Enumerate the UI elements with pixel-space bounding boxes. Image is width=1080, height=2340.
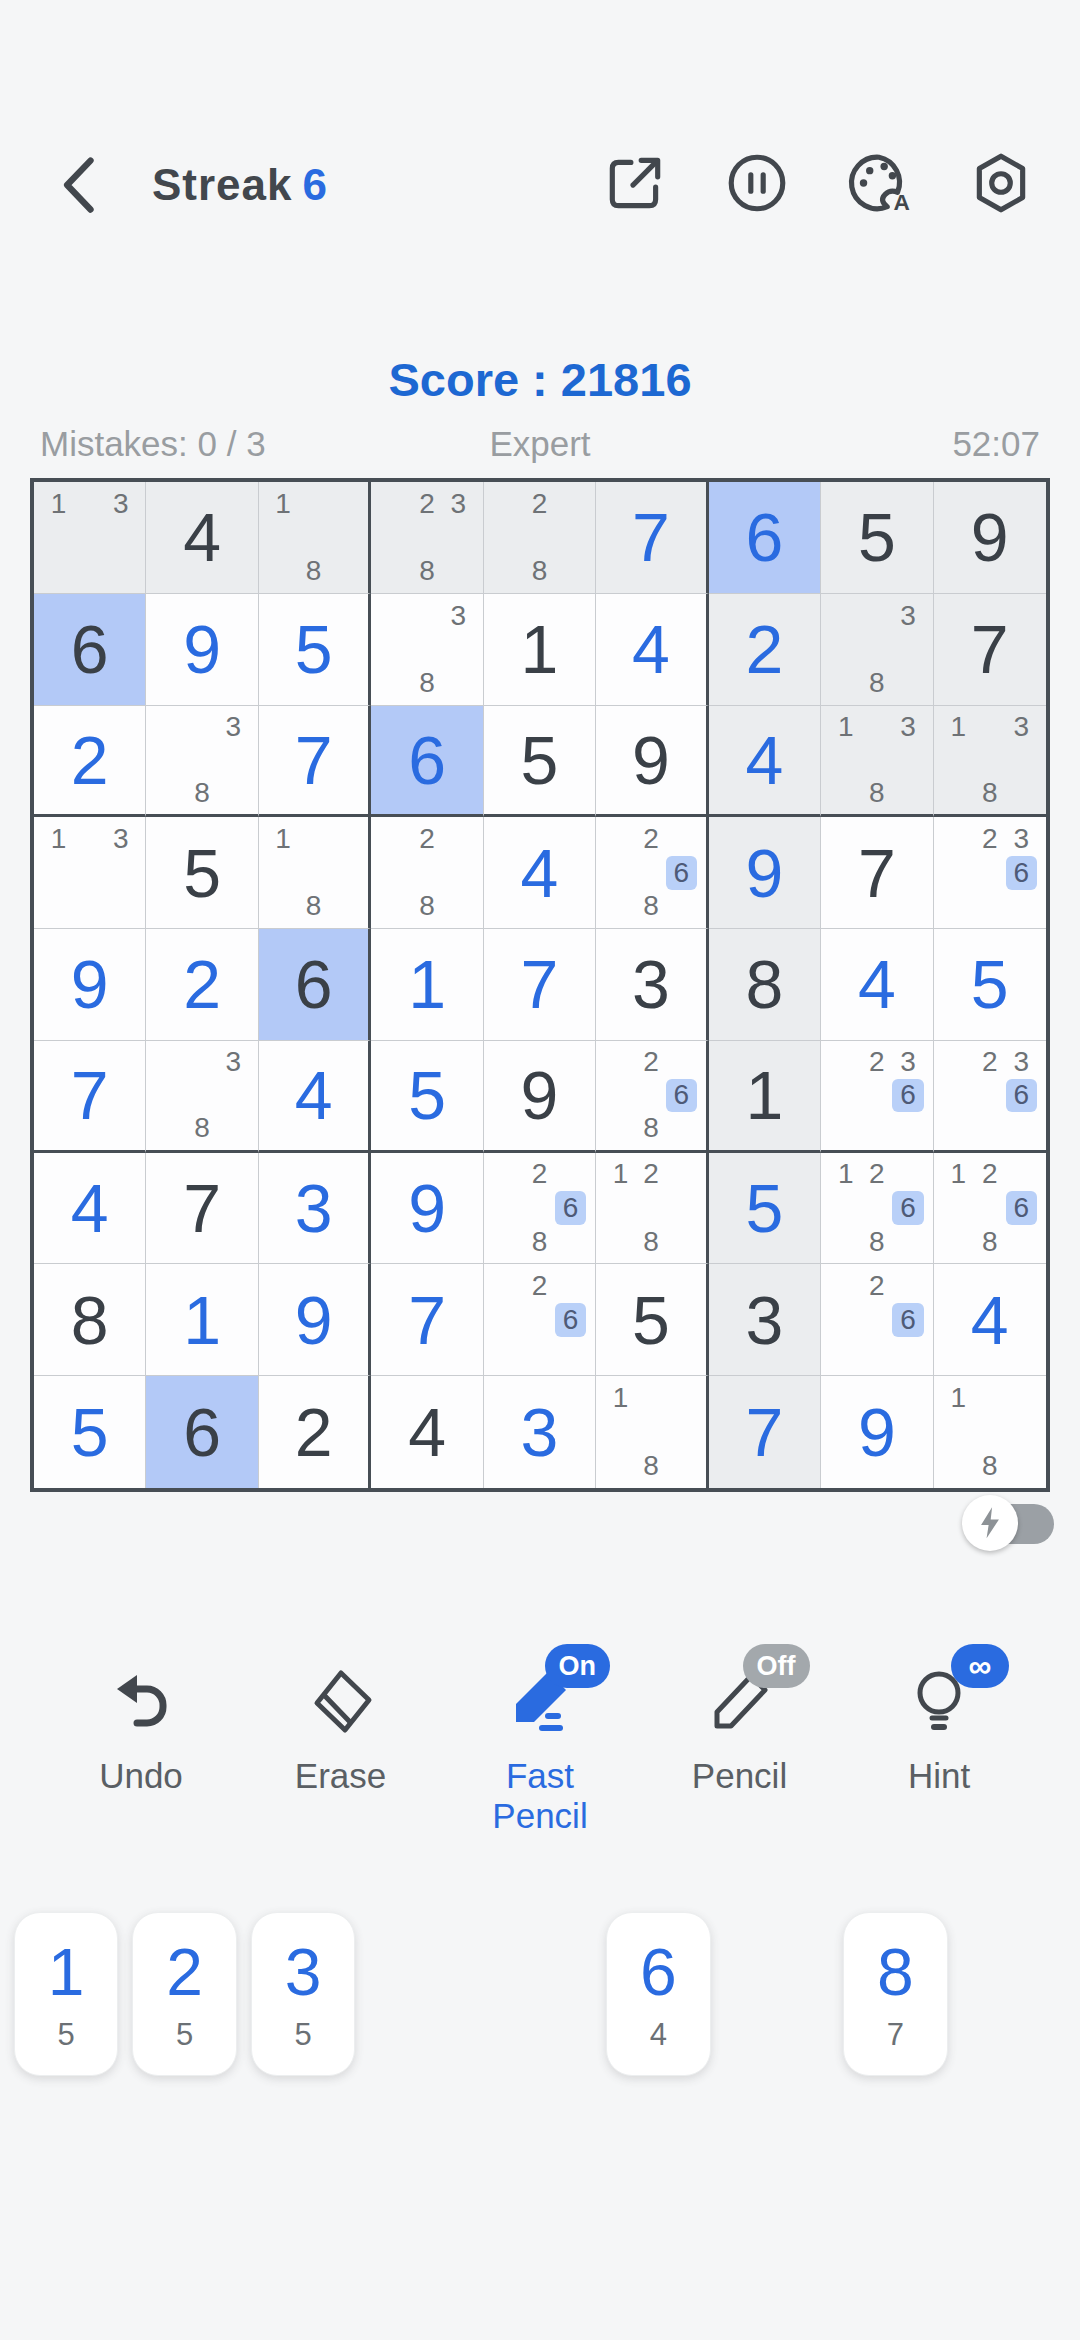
hint-badge: ∞ [951, 1644, 1009, 1688]
note-1: 1 [830, 1158, 861, 1192]
given-digit: 3 [745, 1281, 783, 1359]
note-3: 3 [1006, 822, 1037, 856]
cell-r6c1[interactable]: 7 [34, 1041, 146, 1153]
cell-r2c3[interactable]: 5 [259, 594, 371, 706]
toggle-knob [962, 1495, 1018, 1551]
cell-r5c2[interactable]: 2 [146, 929, 258, 1041]
cell-r5c6[interactable]: 3 [596, 929, 708, 1041]
given-digit: 7 [858, 834, 896, 912]
note-1: 1 [830, 711, 861, 744]
numpad-8-button[interactable]: 87 [843, 1912, 947, 2076]
numpad-2-button[interactable]: 25 [132, 1912, 236, 2076]
cell-r1c4[interactable]: 238 [371, 482, 483, 594]
cell-r2c5[interactable]: 1 [484, 594, 596, 706]
given-digit: 5 [183, 834, 221, 912]
cell-r9c9[interactable]: 18 [934, 1376, 1046, 1488]
numpad-digit: 2 [166, 1939, 203, 2005]
sudoku-board: 1341823828765969538142387238765941381381… [30, 478, 1050, 1492]
note-1: 1 [943, 1158, 974, 1192]
cell-r8c2[interactable]: 1 [146, 1264, 258, 1376]
cell-r4c9[interactable]: 236 [934, 817, 1046, 929]
undo-label: Undo [60, 1756, 222, 1796]
cell-r1c1[interactable]: 13 [34, 482, 146, 594]
pencil-notes: 38 [371, 594, 482, 705]
note-1: 1 [268, 487, 298, 521]
user-digit: 4 [295, 1056, 333, 1134]
note-8: 8 [974, 776, 1005, 809]
timer: 52:07 [952, 424, 1040, 464]
streak-label: Streak [152, 160, 293, 209]
cell-r6c3[interactable]: 4 [259, 1041, 371, 1153]
cell-r4c7[interactable]: 9 [709, 817, 821, 929]
user-digit: 5 [745, 1169, 783, 1247]
pause-icon[interactable] [724, 150, 790, 216]
cell-r1c6[interactable]: 7 [596, 482, 708, 594]
cell-r6c2[interactable]: 38 [146, 1041, 258, 1153]
note-3: 3 [218, 1046, 249, 1079]
header-actions: A [602, 150, 1034, 216]
user-digit: 9 [408, 1169, 446, 1247]
note-6: 6 [892, 1191, 923, 1225]
cell-r6c7[interactable]: 1 [709, 1041, 821, 1153]
note-6: 6 [1006, 1191, 1037, 1225]
streak-value: 6 [303, 160, 328, 209]
cell-r2c9[interactable]: 7 [934, 594, 1046, 706]
note-8: 8 [524, 554, 555, 588]
note-2: 2 [524, 1158, 555, 1192]
cell-r5c9[interactable]: 5 [934, 929, 1046, 1041]
note-6: 6 [892, 1303, 923, 1337]
cell-r8c4[interactable]: 7 [371, 1264, 483, 1376]
cell-r4c5[interactable]: 4 [484, 817, 596, 929]
user-digit: 9 [858, 1393, 896, 1471]
cell-r5c3[interactable]: 6 [259, 929, 371, 1041]
note-8: 8 [411, 666, 442, 700]
svg-text:A: A [893, 189, 909, 215]
cell-r4c3[interactable]: 18 [259, 817, 371, 929]
user-digit: 1 [408, 945, 446, 1023]
pencil-notes: 18 [259, 482, 368, 593]
cell-r6c8[interactable]: 236 [821, 1041, 933, 1153]
note-8: 8 [636, 1225, 666, 1259]
note-2: 2 [636, 822, 666, 856]
cell-r1c2[interactable]: 4 [146, 482, 258, 594]
numpad-remaining-count: 5 [58, 2019, 75, 2050]
numpad-remaining-count: 5 [176, 2019, 193, 2050]
note-1: 1 [268, 822, 298, 856]
note-8: 8 [861, 1225, 892, 1259]
toolbar: UndoEraseOnFast PencilOffPencil∞Hint [60, 1666, 1020, 1836]
cell-r3c6[interactable]: 9 [596, 706, 708, 818]
pencil-notes: 138 [934, 706, 1046, 815]
user-digit: 3 [295, 1169, 333, 1247]
cell-r9c3[interactable]: 2 [259, 1376, 371, 1488]
cell-r6c9[interactable]: 236 [934, 1041, 1046, 1153]
cell-r7c5[interactable]: 268 [484, 1153, 596, 1265]
numpad-remaining-count: 5 [294, 2019, 311, 2050]
given-digit: 9 [971, 498, 1009, 576]
cell-r4c4[interactable]: 28 [371, 817, 483, 929]
user-digit: 5 [408, 1056, 446, 1134]
note-8: 8 [636, 1112, 666, 1145]
user-digit: 4 [858, 945, 896, 1023]
fast-pencil-label: Fast Pencil [459, 1756, 621, 1836]
pencil-notes: 18 [934, 1376, 1046, 1488]
cell-r6c6[interactable]: 268 [596, 1041, 708, 1153]
note-8: 8 [974, 1449, 1005, 1483]
cell-r1c3[interactable]: 18 [259, 482, 371, 594]
cell-r2c6[interactable]: 4 [596, 594, 708, 706]
sudoku-game-screen: Streak6 A Score : 21816 Expert Mistakes:… [0, 0, 1080, 2340]
cell-r6c4[interactable]: 5 [371, 1041, 483, 1153]
status-bar: Expert Mistakes: 0 / 3 52:07 [40, 424, 1040, 468]
note-6: 6 [1006, 856, 1037, 890]
note-8: 8 [636, 890, 666, 924]
cell-r9c1[interactable]: 5 [34, 1376, 146, 1488]
user-digit: 2 [71, 721, 109, 799]
note-8: 8 [861, 666, 892, 700]
pencil-notes: 268 [484, 1153, 595, 1264]
cell-r3c2[interactable]: 38 [146, 706, 258, 818]
undo-icon [105, 1666, 177, 1738]
cell-r8c1[interactable]: 8 [34, 1264, 146, 1376]
cell-r7c4[interactable]: 9 [371, 1153, 483, 1265]
cell-r1c5[interactable]: 28 [484, 482, 596, 594]
lightning-icon [968, 1501, 1012, 1545]
note-3: 3 [105, 822, 136, 856]
erase-icon [305, 1666, 377, 1738]
user-digit: 1 [183, 1281, 221, 1359]
user-digit: 2 [745, 610, 783, 688]
note-1: 1 [43, 487, 74, 521]
note-2: 2 [861, 1158, 892, 1192]
note-3: 3 [218, 711, 249, 744]
cell-r9c2[interactable]: 6 [146, 1376, 258, 1488]
note-8: 8 [411, 890, 442, 924]
numpad-digit: 6 [640, 1939, 677, 2005]
given-digit: 5 [632, 1281, 670, 1359]
pencil-notes: 28 [484, 482, 595, 593]
note-6: 6 [666, 856, 696, 890]
note-2: 2 [974, 1158, 1005, 1192]
note-2: 2 [861, 1269, 892, 1303]
pencil-icon: Off [704, 1666, 776, 1738]
pencil-notes: 236 [934, 817, 1046, 928]
given-digit: 4 [408, 1393, 446, 1471]
pencil-notes: 128 [596, 1153, 705, 1264]
cell-r3c9[interactable]: 138 [934, 706, 1046, 818]
hint-label: Hint [858, 1756, 1020, 1796]
cell-r7c8[interactable]: 1268 [821, 1153, 933, 1265]
cell-r9c8[interactable]: 9 [821, 1376, 933, 1488]
fast-pencil-badge: On [545, 1644, 611, 1688]
fast-mode-toggle[interactable] [966, 1500, 1054, 1546]
note-2: 2 [411, 487, 442, 521]
given-digit: 9 [521, 1056, 559, 1134]
user-digit: 7 [632, 498, 670, 576]
pencil-notes: 138 [821, 706, 932, 815]
cell-r4c2[interactable]: 5 [146, 817, 258, 929]
note-8: 8 [636, 1449, 666, 1483]
user-digit: 7 [408, 1281, 446, 1359]
numpad-digit: 3 [285, 1939, 322, 2005]
note-8: 8 [187, 776, 218, 809]
pencil-notes: 26 [484, 1264, 595, 1375]
cell-r7c6[interactable]: 128 [596, 1153, 708, 1265]
user-digit: 9 [71, 945, 109, 1023]
user-digit: 4 [71, 1169, 109, 1247]
note-6: 6 [555, 1303, 586, 1337]
note-2: 2 [636, 1158, 666, 1192]
note-3: 3 [892, 599, 923, 633]
user-digit: 4 [971, 1281, 1009, 1359]
cell-r5c4[interactable]: 1 [371, 929, 483, 1041]
cell-r5c8[interactable]: 4 [821, 929, 933, 1041]
user-digit: 4 [521, 834, 559, 912]
pencil-notes: 268 [596, 817, 705, 928]
note-3: 3 [443, 599, 474, 633]
numpad-digit: 1 [48, 1939, 85, 2005]
given-digit: 1 [521, 610, 559, 688]
pencil-notes: 268 [596, 1041, 705, 1150]
cell-r3c4[interactable]: 6 [371, 706, 483, 818]
pencil-notes: 28 [371, 817, 482, 928]
note-1: 1 [605, 1158, 635, 1192]
cell-r5c1[interactable]: 9 [34, 929, 146, 1041]
cell-r1c8[interactable]: 5 [821, 482, 933, 594]
cell-r9c6[interactable]: 18 [596, 1376, 708, 1488]
note-1: 1 [943, 711, 974, 744]
hint-icon: ∞ [903, 1666, 975, 1738]
user-digit: 7 [521, 945, 559, 1023]
pencil-notes: 38 [821, 594, 932, 705]
numpad-1-button[interactable]: 15 [14, 1912, 118, 2076]
cell-r5c5[interactable]: 7 [484, 929, 596, 1041]
cell-r4c6[interactable]: 268 [596, 817, 708, 929]
given-digit: 8 [71, 1281, 109, 1359]
pencil-notes: 238 [371, 482, 482, 593]
pencil-badge: Off [743, 1644, 810, 1688]
note-1: 1 [605, 1381, 635, 1415]
back-button[interactable] [48, 150, 116, 218]
user-digit: 9 [183, 610, 221, 688]
note-3: 3 [892, 711, 923, 744]
share-icon[interactable] [602, 150, 668, 216]
note-8: 8 [298, 554, 328, 588]
note-3: 3 [1006, 711, 1037, 744]
numpad-3-button[interactable]: 35 [251, 1912, 355, 2076]
cell-r2c1[interactable]: 6 [34, 594, 146, 706]
user-digit: 6 [745, 498, 783, 576]
cell-r7c1[interactable]: 4 [34, 1153, 146, 1265]
note-6: 6 [666, 1079, 696, 1112]
cell-r4c8[interactable]: 7 [821, 817, 933, 929]
user-digit: 3 [521, 1393, 559, 1471]
page-title: Streak6 [152, 160, 328, 210]
numpad-remaining-count: 7 [887, 2019, 904, 2050]
cell-r1c9[interactable]: 9 [934, 482, 1046, 594]
note-2: 2 [524, 1269, 555, 1303]
pencil-notes: 13 [34, 817, 145, 928]
pencil-notes: 236 [934, 1041, 1046, 1150]
user-digit: 4 [745, 721, 783, 799]
number-pad: 1525356487 [14, 1912, 1066, 2076]
given-digit: 2 [295, 1393, 333, 1471]
cell-r6c5[interactable]: 9 [484, 1041, 596, 1153]
given-digit: 9 [632, 721, 670, 799]
toolbar-pencil-button[interactable]: OffPencil [659, 1666, 821, 1836]
cell-r7c7[interactable]: 5 [709, 1153, 821, 1265]
user-digit: 5 [295, 610, 333, 688]
cell-r8c6[interactable]: 5 [596, 1264, 708, 1376]
cell-r9c7[interactable]: 7 [709, 1376, 821, 1488]
user-digit: 9 [745, 834, 783, 912]
note-8: 8 [974, 1225, 1005, 1259]
pencil-notes: 18 [259, 817, 368, 928]
cell-r8c5[interactable]: 26 [484, 1264, 596, 1376]
cell-r2c4[interactable]: 38 [371, 594, 483, 706]
pencil-notes: 26 [821, 1264, 932, 1375]
given-digit: 1 [745, 1056, 783, 1134]
cell-r9c4[interactable]: 4 [371, 1376, 483, 1488]
user-digit: 5 [71, 1393, 109, 1471]
cell-r7c3[interactable]: 3 [259, 1153, 371, 1265]
cell-r2c2[interactable]: 9 [146, 594, 258, 706]
given-digit: 3 [632, 945, 670, 1023]
note-2: 2 [636, 1046, 666, 1079]
note-8: 8 [187, 1112, 218, 1145]
user-digit: 9 [295, 1281, 333, 1359]
numpad-remaining-count: 4 [650, 2019, 667, 2050]
cell-r7c9[interactable]: 1268 [934, 1153, 1046, 1265]
numpad-6-button[interactable]: 64 [606, 1912, 710, 2076]
score-text: Score : 21816 [0, 352, 1080, 407]
theme-icon[interactable]: A [846, 150, 912, 216]
cell-r7c2[interactable]: 7 [146, 1153, 258, 1265]
note-8: 8 [411, 554, 442, 588]
cell-r3c3[interactable]: 7 [259, 706, 371, 818]
toolbar-fast-pencil-button[interactable]: OnFast Pencil [459, 1666, 621, 1836]
cell-r3c5[interactable]: 5 [484, 706, 596, 818]
user-digit: 7 [71, 1056, 109, 1134]
erase-label: Erase [260, 1756, 422, 1796]
note-2: 2 [974, 822, 1005, 856]
user-digit: 2 [183, 945, 221, 1023]
toolbar-erase-button[interactable]: Erase [260, 1666, 422, 1836]
cell-r8c8[interactable]: 26 [821, 1264, 933, 1376]
user-digit: 7 [745, 1393, 783, 1471]
toolbar-undo-button[interactable]: Undo [60, 1666, 222, 1836]
note-2: 2 [974, 1046, 1005, 1079]
note-3: 3 [443, 487, 474, 521]
given-digit: 7 [183, 1169, 221, 1247]
note-3: 3 [105, 487, 136, 521]
toolbar-hint-button[interactable]: ∞Hint [858, 1666, 1020, 1836]
given-digit: 5 [858, 498, 896, 576]
numpad-digit: 8 [877, 1939, 914, 2005]
cell-r8c3[interactable]: 9 [259, 1264, 371, 1376]
pencil-notes: 1268 [821, 1153, 932, 1264]
cell-r2c7[interactable]: 2 [709, 594, 821, 706]
cell-r8c9[interactable]: 4 [934, 1264, 1046, 1376]
given-digit: 6 [71, 610, 109, 688]
note-1: 1 [943, 1381, 974, 1415]
note-6: 6 [555, 1191, 586, 1225]
cell-r8c7[interactable]: 3 [709, 1264, 821, 1376]
cell-r3c1[interactable]: 2 [34, 706, 146, 818]
fast-pencil-icon: On [504, 1666, 576, 1738]
user-digit: 4 [632, 610, 670, 688]
note-2: 2 [524, 487, 555, 521]
note-3: 3 [892, 1046, 923, 1079]
user-digit: 5 [971, 945, 1009, 1023]
given-digit: 5 [521, 721, 559, 799]
note-2: 2 [861, 1046, 892, 1079]
note-3: 3 [1006, 1046, 1037, 1079]
note-1: 1 [43, 822, 74, 856]
note-2: 2 [411, 822, 442, 856]
cell-r2c8[interactable]: 38 [821, 594, 933, 706]
cell-r1c7-selected[interactable]: 6 [709, 482, 821, 594]
mistakes-counter: Mistakes: 0 / 3 [40, 424, 266, 464]
pencil-notes: 38 [146, 1041, 257, 1150]
note-8: 8 [861, 776, 892, 809]
given-digit: 7 [971, 610, 1009, 688]
cell-r5c7[interactable]: 8 [709, 929, 821, 1041]
pencil-notes: 1268 [934, 1153, 1046, 1264]
note-8: 8 [524, 1225, 555, 1259]
note-6: 6 [1006, 1079, 1037, 1112]
given-digit: 6 [295, 945, 333, 1023]
given-digit: 8 [745, 945, 783, 1023]
given-digit: 4 [183, 498, 221, 576]
note-6: 6 [892, 1079, 923, 1112]
cell-r9c5[interactable]: 3 [484, 1376, 596, 1488]
pencil-label: Pencil [659, 1756, 821, 1796]
pencil-notes: 13 [34, 482, 145, 593]
cell-r3c8[interactable]: 138 [821, 706, 933, 818]
user-digit: 6 [408, 721, 446, 799]
cell-r3c7[interactable]: 4 [709, 706, 821, 818]
note-8: 8 [298, 890, 328, 924]
pencil-notes: 38 [146, 706, 257, 815]
cell-r4c1[interactable]: 13 [34, 817, 146, 929]
settings-icon[interactable] [968, 150, 1034, 216]
given-digit: 6 [183, 1393, 221, 1471]
pencil-notes: 236 [821, 1041, 932, 1150]
pencil-notes: 18 [596, 1376, 705, 1488]
user-digit: 7 [295, 721, 333, 799]
